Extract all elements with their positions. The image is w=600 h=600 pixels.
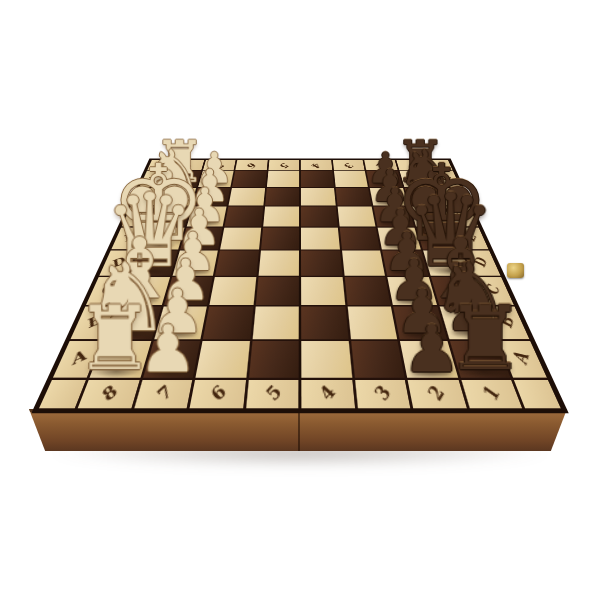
board-corner [514, 380, 561, 409]
coord-cell-top-6: 6 [235, 160, 267, 170]
coord-cell-bottom-4: 4 [301, 380, 354, 409]
board-scene: 87654321H♜♟♟♜HG♞♟♟♞GF♝♟♟♝FE♚♟♟♚ED♛♟♟♛DC♝… [107, 57, 493, 443]
square-h5 [266, 171, 299, 187]
square-g6 [229, 188, 265, 206]
square-b3 [347, 307, 397, 339]
product-photo-stage: 87654321H♜♟♟♜HG♞♟♟♞GF♝♟♟♝FE♚♟♟♚ED♛♟♟♛DC♝… [0, 0, 600, 600]
coord-cell-top-4: 4 [301, 160, 332, 170]
square-a3 [351, 341, 405, 378]
coord-cell-bottom-7: 7 [134, 380, 193, 409]
square-a4 [301, 341, 351, 378]
coord-label: 3 [341, 162, 356, 169]
coord-label: 4 [315, 385, 340, 404]
piece-dark-pawn-a2: ♟ [403, 321, 461, 376]
coord-label: 6 [206, 385, 231, 404]
square-f4 [301, 206, 337, 226]
square-a6 [195, 341, 249, 378]
square-e3 [339, 227, 380, 249]
square-c4 [301, 277, 345, 305]
square-d6 [215, 251, 258, 276]
coord-cell-bottom-6: 6 [190, 380, 246, 409]
square-a5 [248, 341, 298, 378]
coord-label: 5 [260, 385, 285, 404]
square-c6 [209, 277, 255, 305]
coord-label: 7 [151, 385, 176, 404]
coord-cell-bottom-1: 1 [461, 380, 523, 409]
brass-latch-icon [507, 263, 524, 278]
square-b6 [203, 307, 253, 339]
coord-label: 5 [277, 162, 292, 169]
square-e6 [220, 227, 261, 249]
square-h4 [301, 171, 334, 187]
coord-cell-top-3: 3 [333, 160, 365, 170]
coord-label: 4 [309, 162, 324, 169]
square-d4 [301, 251, 342, 276]
square-d5 [258, 251, 299, 276]
coord-cell-top-5: 5 [268, 160, 299, 170]
piece-white-pawn-a7: ♟ [139, 321, 197, 376]
board-corner [39, 380, 86, 409]
square-b4 [301, 307, 348, 339]
coord-label: 8 [97, 385, 122, 404]
square-d3 [342, 251, 385, 276]
coord-label: 6 [244, 162, 258, 169]
square-f3 [337, 206, 375, 226]
square-h3 [334, 171, 368, 187]
square-e4 [301, 227, 339, 249]
coord-label: 3 [369, 385, 394, 404]
coord-cell-bottom-5: 5 [245, 380, 298, 409]
square-a2: ♟ [400, 341, 458, 378]
square-g3 [335, 188, 371, 206]
coord-label: 2 [424, 385, 449, 404]
square-h6 [232, 171, 266, 187]
coord-label: 1 [478, 385, 503, 404]
square-g5 [265, 188, 299, 206]
square-f6 [225, 206, 263, 226]
square-a7: ♟ [142, 341, 200, 378]
coord-cell-bottom-3: 3 [354, 380, 410, 409]
square-g4 [301, 188, 335, 206]
chess-board: 87654321H♜♟♟♜HG♞♟♟♞GF♝♟♟♝FE♚♟♟♚ED♛♟♟♛DC♝… [31, 159, 568, 414]
square-f5 [263, 206, 299, 226]
coord-cell-bottom-2: 2 [408, 380, 467, 409]
square-c5 [255, 277, 299, 305]
square-c3 [344, 277, 390, 305]
square-b5 [252, 307, 299, 339]
square-e5 [261, 227, 299, 249]
coord-cell-bottom-8: 8 [78, 380, 140, 409]
